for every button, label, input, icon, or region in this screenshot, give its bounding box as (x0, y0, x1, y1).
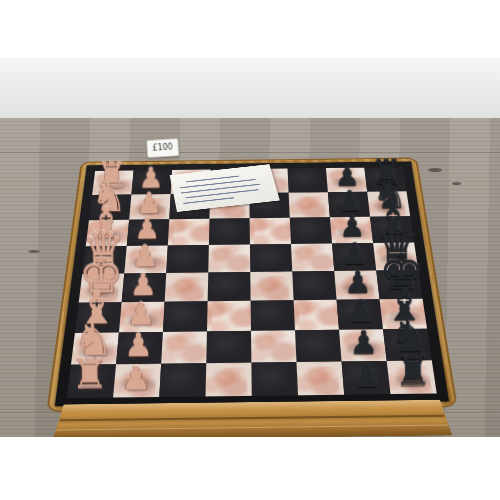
board-square[interactable] (208, 245, 250, 273)
chess-set: ♜♟♟♜♞♟♟♞♝♟♟♝♛♟♟♛♚♟♟♚♝♟♟♝♞♟♟♞♜♟♟♜ £100 (0, 0, 500, 500)
chess-piece-wP[interactable]: ♟ (116, 329, 161, 362)
board-square[interactable] (296, 361, 344, 395)
board-square[interactable] (207, 301, 251, 332)
board-square[interactable] (292, 271, 336, 300)
chess-piece-bP[interactable]: ♟ (344, 359, 391, 393)
board-square[interactable]: ♜ (67, 364, 116, 398)
moulding-groove (60, 415, 444, 422)
board-square[interactable] (289, 192, 330, 218)
board-square[interactable] (250, 244, 292, 272)
board-square[interactable] (291, 244, 334, 272)
board-square[interactable] (166, 245, 209, 273)
board-square[interactable] (206, 363, 252, 397)
board-square[interactable] (165, 273, 209, 302)
board-square[interactable]: ♟ (342, 361, 391, 395)
board-square[interactable] (161, 331, 207, 363)
board-square[interactable] (250, 271, 293, 300)
oak-plinth-moulding (52, 400, 452, 441)
price-tag[interactable]: £100 (146, 138, 179, 158)
chess-board[interactable]: ♜♟♟♜♞♟♟♞♝♟♟♝♛♟♟♛♚♟♟♚♝♟♟♝♞♟♟♞♜♟♟♜ (67, 167, 437, 398)
chess-piece-wP[interactable]: ♟ (113, 361, 160, 395)
background-bottom (0, 437, 500, 500)
board-square[interactable] (206, 331, 251, 363)
board-square[interactable] (295, 330, 342, 362)
board-square[interactable] (159, 363, 206, 397)
product-photo-chess-set: ♜♟♟♜♞♟♟♞♝♟♟♝♛♟♟♛♚♟♟♚♝♟♟♝♞♟♟♞♜♟♟♜ £100 (0, 0, 500, 500)
board-square[interactable] (208, 272, 251, 301)
chess-piece-bR[interactable]: ♜ (390, 349, 437, 391)
board-square[interactable] (251, 330, 296, 362)
board-square[interactable] (168, 219, 210, 246)
moulding-highlight (56, 425, 448, 431)
board-square[interactable]: ♟ (113, 364, 161, 398)
board-square[interactable]: ♜ (387, 360, 437, 394)
board-square[interactable] (287, 168, 327, 193)
chess-piece-bP[interactable]: ♟ (341, 326, 386, 359)
chess-piece-wR[interactable]: ♜ (67, 353, 114, 395)
board-square[interactable] (251, 362, 298, 396)
